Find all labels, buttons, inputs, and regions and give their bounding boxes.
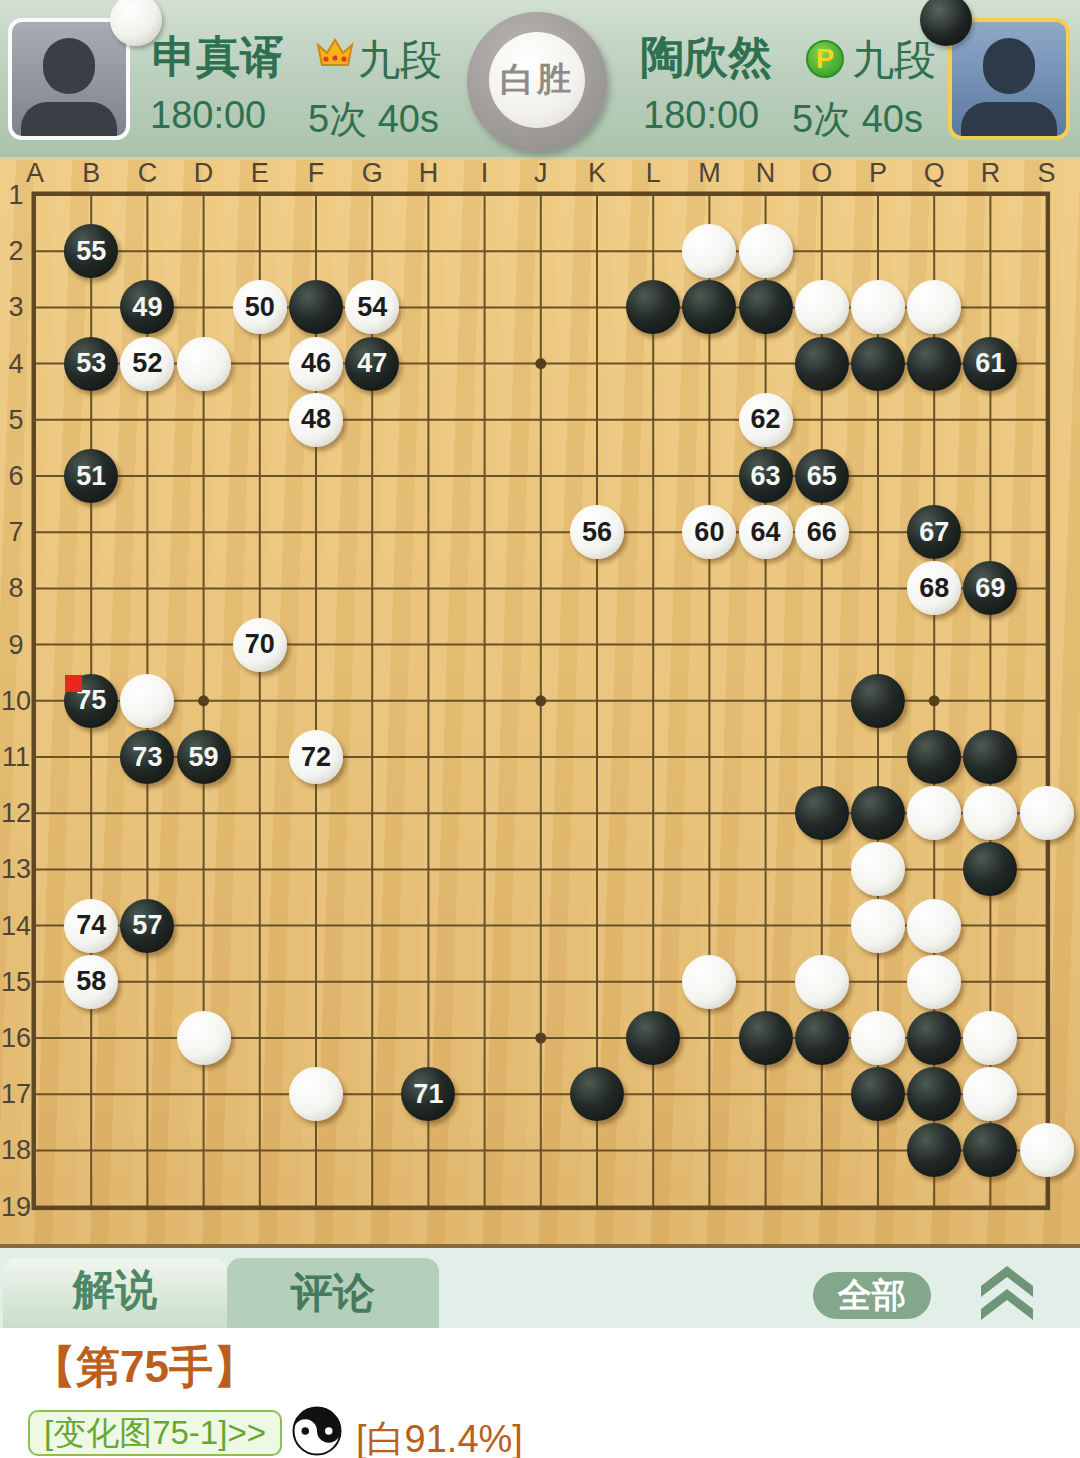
row-label-3: 3 — [0, 293, 32, 321]
col-label-F: F — [299, 160, 333, 186]
black-stone-P12 — [851, 786, 905, 840]
tab-commentary[interactable]: 解说 — [3, 1258, 227, 1328]
move-number: 56 — [582, 517, 612, 548]
player1-rank: 九段 — [358, 32, 442, 88]
black-stone-C14: 57 — [120, 899, 174, 953]
white-stone-C4: 52 — [120, 337, 174, 391]
black-stone-C11: 73 — [120, 730, 174, 784]
white-stone-P14 — [851, 899, 905, 953]
player2-avatar-silhouette — [983, 38, 1035, 94]
row-label-13: 13 — [0, 855, 32, 883]
black-stone-P17 — [851, 1067, 905, 1121]
move-number: 59 — [189, 742, 219, 773]
white-stone-E9: 70 — [233, 618, 287, 672]
black-stone-K17 — [570, 1067, 624, 1121]
col-label-Q: Q — [917, 160, 951, 186]
black-stone-N16 — [739, 1011, 793, 1065]
move-number: 64 — [751, 517, 781, 548]
white-stone-N5: 62 — [739, 393, 793, 447]
col-label-C: C — [130, 160, 164, 186]
col-label-E: E — [243, 160, 277, 186]
row-label-2: 2 — [0, 237, 32, 265]
black-stone-B6: 51 — [64, 449, 118, 503]
col-label-N: N — [749, 160, 783, 186]
white-stone-F4: 46 — [289, 337, 343, 391]
black-stone-Q16 — [907, 1011, 961, 1065]
move-number: 53 — [76, 348, 106, 379]
white-stone-O7: 66 — [795, 505, 849, 559]
move-number: 68 — [919, 573, 949, 604]
move-number: 46 — [301, 348, 331, 379]
white-stone-R16 — [963, 1011, 1017, 1065]
white-stone-C10 — [120, 674, 174, 728]
move-number: 62 — [751, 404, 781, 435]
player2-name: 陶欣然 — [640, 28, 772, 87]
black-stone-G4: 47 — [345, 337, 399, 391]
black-stone-O12 — [795, 786, 849, 840]
black-stone-Q7: 67 — [907, 505, 961, 559]
white-stone-P3 — [851, 280, 905, 334]
row-label-9: 9 — [0, 631, 32, 659]
move-number: 70 — [245, 629, 275, 660]
white-stone-P13 — [851, 842, 905, 896]
black-stone-L16 — [626, 1011, 680, 1065]
white-stone-Q15 — [907, 955, 961, 1009]
black-stone-N3 — [739, 280, 793, 334]
player1-name: 申真谞 — [152, 28, 284, 87]
white-stone-S18 — [1020, 1123, 1074, 1177]
white-stone-M15 — [682, 955, 736, 1009]
black-stone-B4: 53 — [64, 337, 118, 391]
move-number-title: 【第75手】 — [32, 1338, 257, 1397]
row-label-5: 5 — [0, 406, 32, 434]
commentary-panel: 【第75手】 [变化图75-1]>> [白91.4%] — [0, 1328, 1080, 1458]
collapse-chevron-icon[interactable] — [981, 1266, 1033, 1320]
row-label-4: 4 — [0, 350, 32, 378]
white-stone-F11: 72 — [289, 730, 343, 784]
black-stone-P4 — [851, 337, 905, 391]
col-label-O: O — [805, 160, 839, 186]
col-label-K: K — [580, 160, 614, 186]
move-number: 55 — [76, 236, 106, 267]
col-label-M: M — [692, 160, 726, 186]
black-stone-D11: 59 — [177, 730, 231, 784]
black-stone-O16 — [795, 1011, 849, 1065]
col-label-L: L — [636, 160, 670, 186]
row-label-14: 14 — [0, 912, 32, 940]
row-label-1: 1 — [0, 181, 32, 209]
move-number: 58 — [76, 966, 106, 997]
col-label-B: B — [74, 160, 108, 186]
player2-rank: 九段 — [852, 32, 936, 88]
white-stone-F5: 48 — [289, 393, 343, 447]
col-label-J: J — [524, 160, 558, 186]
black-stone-P10 — [851, 674, 905, 728]
white-stone-Q14 — [907, 899, 961, 953]
move-number: 63 — [751, 461, 781, 492]
black-stone-N6: 63 — [739, 449, 793, 503]
move-number: 48 — [301, 404, 331, 435]
move-number: 73 — [132, 742, 162, 773]
white-stone-S12 — [1020, 786, 1074, 840]
col-label-G: G — [355, 160, 389, 186]
black-stone-Q4 — [907, 337, 961, 391]
row-label-12: 12 — [0, 799, 32, 827]
move-number: 69 — [975, 573, 1005, 604]
move-number: 61 — [975, 348, 1005, 379]
black-stone-R11 — [963, 730, 1017, 784]
move-number: 60 — [694, 517, 724, 548]
move-number: 67 — [919, 517, 949, 548]
crown-icon — [316, 38, 354, 68]
white-stone-Q12 — [907, 786, 961, 840]
move-number: 50 — [245, 292, 275, 323]
player2-main-time: 180:00 — [643, 94, 759, 137]
row-label-16: 16 — [0, 1024, 32, 1052]
black-stone-B10: 75 — [64, 674, 118, 728]
col-label-H: H — [411, 160, 445, 186]
move-number: 65 — [807, 461, 837, 492]
black-stone-O4 — [795, 337, 849, 391]
white-stone-B14: 74 — [64, 899, 118, 953]
row-label-7: 7 — [0, 518, 32, 546]
row-label-6: 6 — [0, 462, 32, 490]
last-move-marker — [65, 675, 82, 692]
white-stone-N2 — [739, 224, 793, 278]
white-stone-N7: 64 — [739, 505, 793, 559]
move-number: 52 — [132, 348, 162, 379]
black-stone-R4: 61 — [963, 337, 1017, 391]
win-rate-label: [白91.4%] — [356, 1414, 523, 1458]
white-stone-E3: 50 — [233, 280, 287, 334]
col-label-P: P — [861, 160, 895, 186]
tab-comments[interactable]: 评论 — [227, 1258, 439, 1328]
move-number: 66 — [807, 517, 837, 548]
player1-byoyomi: 5次 40s — [308, 94, 439, 145]
bottom-tab-bar: 解说 评论 全部 — [0, 1248, 1080, 1328]
white-stone-B15: 58 — [64, 955, 118, 1009]
black-stone-B2: 55 — [64, 224, 118, 278]
white-stone-D16 — [177, 1011, 231, 1065]
row-label-8: 8 — [0, 574, 32, 602]
black-stone-Q11 — [907, 730, 961, 784]
row-label-19: 19 — [0, 1193, 32, 1221]
player2-byoyomi: 5次 40s — [792, 94, 923, 145]
game-result-label: 白胜 — [489, 32, 585, 128]
white-stone-O15 — [795, 955, 849, 1009]
move-number: 71 — [413, 1079, 443, 1110]
yin-yang-icon — [292, 1406, 342, 1456]
black-stone-Q17 — [907, 1067, 961, 1121]
white-stone-P16 — [851, 1011, 905, 1065]
col-label-D: D — [187, 160, 221, 186]
black-stone-O6: 65 — [795, 449, 849, 503]
player1-avatar — [8, 18, 130, 140]
top-player-bar: 申真谞 九段 180:00 5次 40s 白胜 陶欣然 P 九段 180:00 … — [0, 0, 1080, 160]
black-stone-F3 — [289, 280, 343, 334]
white-stone-O3 — [795, 280, 849, 334]
col-label-I: I — [468, 160, 502, 186]
move-number: 54 — [357, 292, 387, 323]
move-number: 51 — [76, 461, 106, 492]
move-number: 47 — [357, 348, 387, 379]
col-label-S: S — [1030, 160, 1064, 186]
row-label-10: 10 — [0, 687, 32, 715]
white-stone-F17 — [289, 1067, 343, 1121]
row-label-17: 17 — [0, 1080, 32, 1108]
all-moves-button[interactable]: 全部 — [813, 1272, 931, 1319]
p-badge-icon: P — [806, 40, 844, 78]
col-label-R: R — [973, 160, 1007, 186]
move-number: 57 — [132, 910, 162, 941]
move-number: 74 — [76, 910, 106, 941]
go-board[interactable]: ABCDEFGHIJKLMNOPQRS123456789101112131415… — [0, 160, 1080, 1248]
move-number: 49 — [132, 292, 162, 323]
player1-main-time: 180:00 — [150, 94, 266, 137]
player2-avatar — [948, 18, 1070, 140]
white-stone-K7: 56 — [570, 505, 624, 559]
row-label-11: 11 — [0, 743, 32, 771]
row-label-15: 15 — [0, 968, 32, 996]
white-stone-D4 — [177, 337, 231, 391]
variation-link[interactable]: [变化图75-1]>> — [28, 1410, 282, 1456]
row-label-18: 18 — [0, 1136, 32, 1164]
move-number: 72 — [301, 742, 331, 773]
game-result-button: 白胜 — [467, 12, 607, 152]
player1-avatar-silhouette — [43, 38, 95, 94]
